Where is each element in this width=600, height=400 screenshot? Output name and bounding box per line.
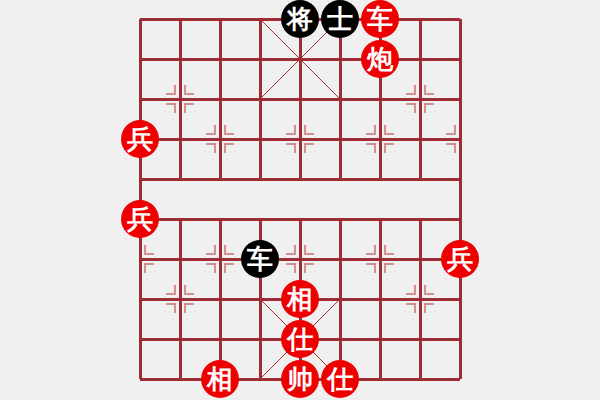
cell-4-0: 将 bbox=[280, 0, 320, 39]
piece-red-pawn[interactable]: 兵 bbox=[441, 240, 479, 278]
xiangqi-board[interactable]: 将士车炮兵兵车兵相仕相帅仕 bbox=[120, 0, 480, 399]
piece-glyph: 仕 bbox=[327, 360, 353, 398]
piece-red-chariot[interactable]: 车 bbox=[361, 0, 399, 38]
piece-glyph: 车 bbox=[247, 240, 273, 278]
cell-8-6: 兵 bbox=[440, 239, 480, 279]
piece-red-cannon[interactable]: 炮 bbox=[361, 40, 399, 78]
piece-grid[interactable]: 将士车炮兵兵车兵相仕相帅仕 bbox=[120, 0, 480, 399]
cell-6-1: 炮 bbox=[360, 39, 400, 79]
piece-glyph: 兵 bbox=[447, 240, 473, 278]
piece-red-elephant[interactable]: 相 bbox=[281, 280, 319, 318]
piece-black-advisor[interactable]: 士 bbox=[321, 0, 359, 38]
piece-glyph: 车 bbox=[367, 0, 393, 38]
piece-glyph: 相 bbox=[207, 360, 233, 398]
piece-red-elephant[interactable]: 相 bbox=[201, 360, 239, 398]
cell-0-5: 兵 bbox=[120, 199, 160, 239]
piece-glyph: 仕 bbox=[287, 320, 313, 358]
cell-6-0: 车 bbox=[360, 0, 400, 39]
cell-0-3: 兵 bbox=[120, 119, 160, 159]
piece-glyph: 相 bbox=[287, 280, 313, 318]
piece-red-general[interactable]: 帅 bbox=[281, 360, 319, 398]
piece-glyph: 兵 bbox=[127, 200, 153, 238]
piece-red-advisor[interactable]: 仕 bbox=[281, 320, 319, 358]
piece-black-chariot[interactable]: 车 bbox=[241, 240, 279, 278]
piece-glyph: 炮 bbox=[367, 40, 393, 78]
cell-5-0: 士 bbox=[320, 0, 360, 39]
piece-black-general[interactable]: 将 bbox=[281, 0, 319, 38]
cell-3-6: 车 bbox=[240, 239, 280, 279]
cell-2-9: 相 bbox=[200, 359, 240, 399]
cell-5-9: 仕 bbox=[320, 359, 360, 399]
piece-red-advisor[interactable]: 仕 bbox=[321, 360, 359, 398]
piece-red-pawn[interactable]: 兵 bbox=[121, 120, 159, 158]
piece-glyph: 将 bbox=[287, 0, 313, 38]
piece-glyph: 兵 bbox=[127, 120, 153, 158]
piece-glyph: 帅 bbox=[287, 360, 313, 398]
piece-glyph: 士 bbox=[327, 0, 353, 38]
cell-4-9: 帅 bbox=[280, 359, 320, 399]
page-background: 将士车炮兵兵车兵相仕相帅仕 bbox=[0, 0, 600, 400]
piece-red-pawn[interactable]: 兵 bbox=[121, 200, 159, 238]
cell-4-8: 仕 bbox=[280, 319, 320, 359]
cell-4-7: 相 bbox=[280, 279, 320, 319]
